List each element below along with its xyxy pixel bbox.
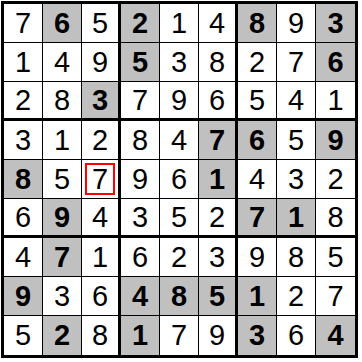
cell-r7c2[interactable]: 7 <box>43 238 82 277</box>
cell-r9c6[interactable]: 9 <box>199 316 238 355</box>
cell-r4c5[interactable]: 4 <box>160 121 199 160</box>
cell-r4c6[interactable]: 7 <box>199 121 238 160</box>
cell-r5c4[interactable]: 9 <box>121 160 160 199</box>
cell-r9c3[interactable]: 8 <box>82 316 121 355</box>
cell-r1c6[interactable]: 4 <box>199 4 238 43</box>
cell-r2c9[interactable]: 6 <box>316 43 355 82</box>
cell-r9c1[interactable]: 5 <box>4 316 43 355</box>
cell-r6c2[interactable]: 9 <box>43 199 82 238</box>
cell-r7c3[interactable]: 1 <box>82 238 121 277</box>
cell-r6c8[interactable]: 1 <box>277 199 316 238</box>
cell-r1c8[interactable]: 9 <box>277 4 316 43</box>
sudoku-board: 7652148931495382762837965413128476598579… <box>1 1 358 358</box>
cell-r1c7[interactable]: 8 <box>238 4 277 43</box>
cell-r8c8[interactable]: 2 <box>277 277 316 316</box>
cell-r2c7[interactable]: 2 <box>238 43 277 82</box>
cell-r3c7[interactable]: 5 <box>238 82 277 121</box>
cell-r7c8[interactable]: 8 <box>277 238 316 277</box>
cell-r2c2[interactable]: 4 <box>43 43 82 82</box>
cell-r3c5[interactable]: 9 <box>160 82 199 121</box>
cell-r6c7[interactable]: 7 <box>238 199 277 238</box>
cell-r9c8[interactable]: 6 <box>277 316 316 355</box>
cell-r7c5[interactable]: 2 <box>160 238 199 277</box>
cell-r4c8[interactable]: 5 <box>277 121 316 160</box>
cell-r8c9[interactable]: 7 <box>316 277 355 316</box>
cell-r3c1[interactable]: 2 <box>4 82 43 121</box>
cell-r1c2[interactable]: 6 <box>43 4 82 43</box>
cell-r2c1[interactable]: 1 <box>4 43 43 82</box>
cell-r2c6[interactable]: 8 <box>199 43 238 82</box>
cell-r5c2[interactable]: 5 <box>43 160 82 199</box>
cell-r8c4[interactable]: 4 <box>121 277 160 316</box>
cell-r2c5[interactable]: 3 <box>160 43 199 82</box>
cell-r3c9[interactable]: 1 <box>316 82 355 121</box>
cell-r9c9[interactable]: 4 <box>316 316 355 355</box>
cell-r3c6[interactable]: 6 <box>199 82 238 121</box>
cell-r8c1[interactable]: 9 <box>4 277 43 316</box>
cell-r1c5[interactable]: 1 <box>160 4 199 43</box>
cell-r6c5[interactable]: 5 <box>160 199 199 238</box>
cell-r6c3[interactable]: 4 <box>82 199 121 238</box>
cell-r5c7[interactable]: 4 <box>238 160 277 199</box>
cell-r9c2[interactable]: 2 <box>43 316 82 355</box>
cell-r9c7[interactable]: 3 <box>238 316 277 355</box>
cell-r6c4[interactable]: 3 <box>121 199 160 238</box>
cell-r4c3[interactable]: 2 <box>82 121 121 160</box>
cell-r8c2[interactable]: 3 <box>43 277 82 316</box>
cell-r5c9[interactable]: 2 <box>316 160 355 199</box>
cell-r1c4[interactable]: 2 <box>121 4 160 43</box>
cell-r7c7[interactable]: 9 <box>238 238 277 277</box>
cell-r5c5[interactable]: 6 <box>160 160 199 199</box>
cell-r6c6[interactable]: 2 <box>199 199 238 238</box>
cell-r2c4[interactable]: 5 <box>121 43 160 82</box>
cell-r5c1[interactable]: 8 <box>4 160 43 199</box>
cell-r4c9[interactable]: 9 <box>316 121 355 160</box>
cell-r5c3[interactable]: 7 <box>82 160 121 199</box>
cell-r9c4[interactable]: 1 <box>121 316 160 355</box>
cell-r8c7[interactable]: 1 <box>238 277 277 316</box>
cell-r7c1[interactable]: 4 <box>4 238 43 277</box>
cell-r4c1[interactable]: 3 <box>4 121 43 160</box>
cell-r3c2[interactable]: 8 <box>43 82 82 121</box>
cell-r6c9[interactable]: 8 <box>316 199 355 238</box>
cell-r7c9[interactable]: 5 <box>316 238 355 277</box>
cell-r6c1[interactable]: 6 <box>4 199 43 238</box>
cell-r2c3[interactable]: 9 <box>82 43 121 82</box>
cell-r1c1[interactable]: 7 <box>4 4 43 43</box>
cell-r8c3[interactable]: 6 <box>82 277 121 316</box>
cell-r5c6[interactable]: 1 <box>199 160 238 199</box>
cell-r7c4[interactable]: 6 <box>121 238 160 277</box>
cell-r3c8[interactable]: 4 <box>277 82 316 121</box>
cell-r1c3[interactable]: 5 <box>82 4 121 43</box>
cell-r9c5[interactable]: 7 <box>160 316 199 355</box>
cell-r8c5[interactable]: 8 <box>160 277 199 316</box>
cell-r4c4[interactable]: 8 <box>121 121 160 160</box>
cell-r3c4[interactable]: 7 <box>121 82 160 121</box>
cell-r4c7[interactable]: 6 <box>238 121 277 160</box>
cell-r5c8[interactable]: 3 <box>277 160 316 199</box>
cell-r7c6[interactable]: 3 <box>199 238 238 277</box>
cell-r3c3[interactable]: 3 <box>82 82 121 121</box>
cell-r2c8[interactable]: 7 <box>277 43 316 82</box>
cell-r1c9[interactable]: 3 <box>316 4 355 43</box>
cell-r8c6[interactable]: 5 <box>199 277 238 316</box>
cell-r4c2[interactable]: 1 <box>43 121 82 160</box>
